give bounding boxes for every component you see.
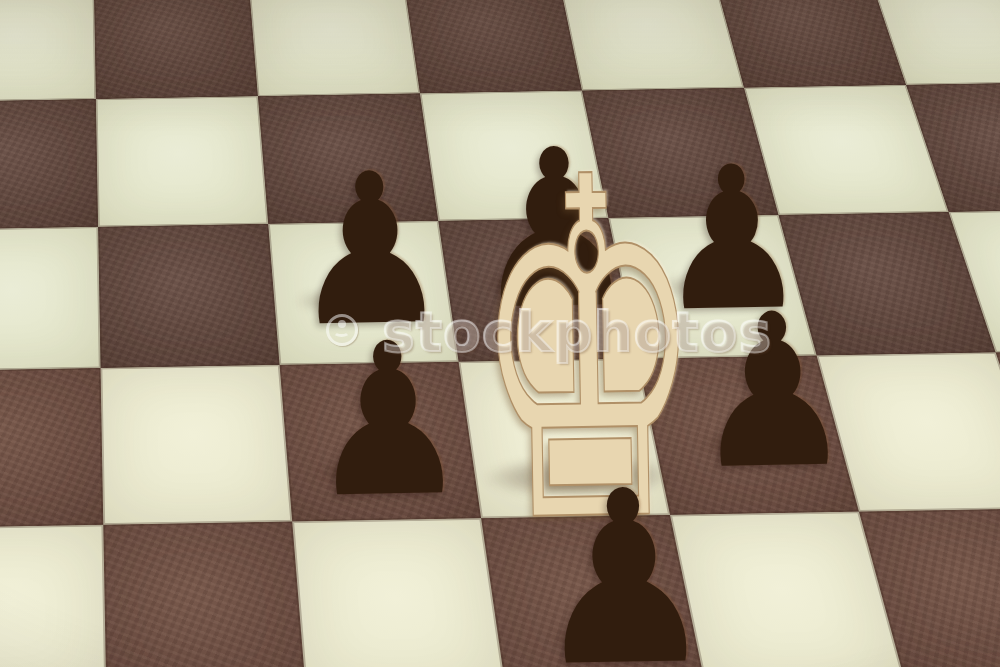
black-pawn-d4[interactable]: ♟ xyxy=(307,315,471,528)
black-pawn-e3[interactable]: ♟ xyxy=(531,458,717,667)
black-pawn-f4[interactable]: ♟ xyxy=(691,285,855,499)
photo-scene: ♟♟♟♟♟♚♟ stockphotos xyxy=(0,0,1000,667)
board-scene: ♟♟♟♟♟♚♟ xyxy=(0,0,1000,667)
pieces-layer: ♟♟♟♟♟♚♟ xyxy=(0,0,1000,667)
